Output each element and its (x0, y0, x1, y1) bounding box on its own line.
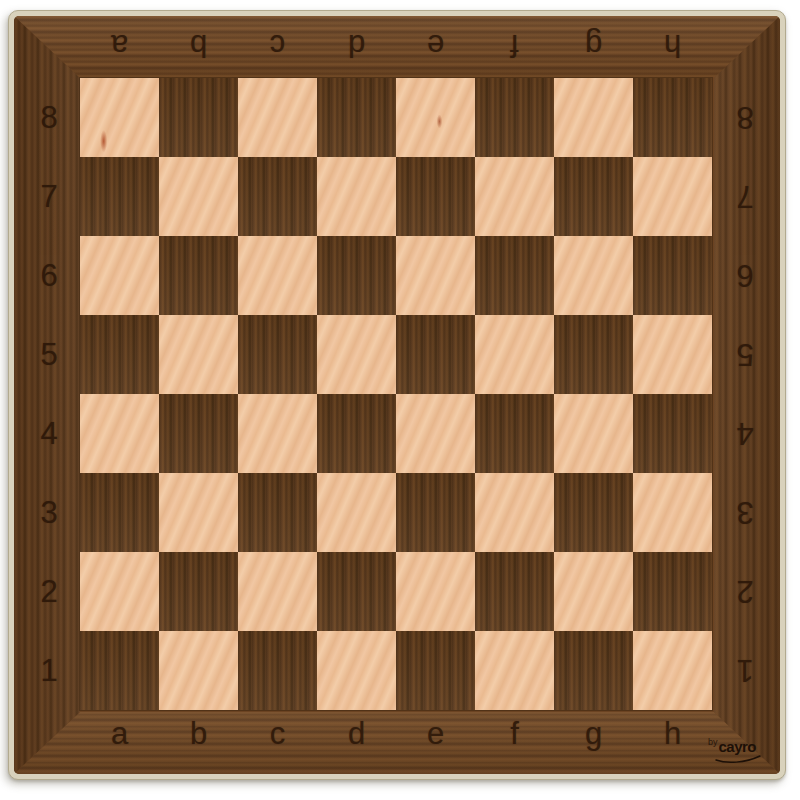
coord-label-e: e (396, 28, 475, 64)
coord-label-b: b (159, 28, 238, 64)
coord-label-a: a (80, 715, 159, 751)
square-c1[interactable] (238, 631, 317, 710)
square-b7[interactable] (159, 157, 238, 236)
square-f1[interactable] (475, 631, 554, 710)
coord-label-g: g (554, 28, 633, 64)
chess-board: abcdefgh abcdefgh 87654321 87654321 byca… (8, 10, 786, 780)
square-h2[interactable] (633, 552, 712, 631)
coord-label-c: c (238, 715, 317, 751)
logo-by-text: by (708, 737, 718, 747)
square-g2[interactable] (554, 552, 633, 631)
coord-label-a: a (80, 28, 159, 64)
square-f3[interactable] (475, 473, 554, 552)
logo-swoosh-icon (713, 754, 763, 764)
square-b2[interactable] (159, 552, 238, 631)
board-frame: abcdefgh abcdefgh 87654321 87654321 byca… (14, 16, 780, 774)
square-g7[interactable] (554, 157, 633, 236)
square-d3[interactable] (317, 473, 396, 552)
square-c4[interactable] (238, 394, 317, 473)
square-f2[interactable] (475, 552, 554, 631)
square-b1[interactable] (159, 631, 238, 710)
square-h1[interactable] (633, 631, 712, 710)
square-c6[interactable] (238, 236, 317, 315)
square-g8[interactable] (554, 78, 633, 157)
square-e1[interactable] (396, 631, 475, 710)
square-c5[interactable] (238, 315, 317, 394)
square-b8[interactable] (159, 78, 238, 157)
playing-area (80, 78, 712, 710)
coord-label-1: 1 (725, 631, 765, 710)
coord-label-2: 2 (725, 552, 765, 631)
square-d7[interactable] (317, 157, 396, 236)
square-f7[interactable] (475, 157, 554, 236)
square-g3[interactable] (554, 473, 633, 552)
square-g1[interactable] (554, 631, 633, 710)
coord-label-4: 4 (725, 394, 765, 473)
square-d2[interactable] (317, 552, 396, 631)
logo-brand-text: cayro (718, 738, 756, 755)
square-a6[interactable] (80, 236, 159, 315)
square-e4[interactable] (396, 394, 475, 473)
square-b4[interactable] (159, 394, 238, 473)
square-d4[interactable] (317, 394, 396, 473)
file-labels-bottom: abcdefgh (80, 715, 712, 751)
square-a8[interactable] (80, 78, 159, 157)
square-f6[interactable] (475, 236, 554, 315)
coord-label-c: c (238, 28, 317, 64)
square-e5[interactable] (396, 315, 475, 394)
square-d1[interactable] (317, 631, 396, 710)
square-e6[interactable] (396, 236, 475, 315)
file-labels-top: abcdefgh (80, 28, 712, 64)
square-a1[interactable] (80, 631, 159, 710)
cayro-logo: bycayro (708, 737, 756, 764)
coord-label-e: e (396, 715, 475, 751)
coord-label-f: f (475, 715, 554, 751)
square-f8[interactable] (475, 78, 554, 157)
square-e7[interactable] (396, 157, 475, 236)
coord-label-g: g (554, 715, 633, 751)
coord-label-3: 3 (29, 473, 69, 552)
coord-label-4: 4 (29, 394, 69, 473)
coord-label-d: d (317, 715, 396, 751)
coord-label-1: 1 (29, 631, 69, 710)
square-a2[interactable] (80, 552, 159, 631)
square-b5[interactable] (159, 315, 238, 394)
coord-label-8: 8 (29, 78, 69, 157)
coord-label-8: 8 (725, 78, 765, 157)
square-g4[interactable] (554, 394, 633, 473)
square-e2[interactable] (396, 552, 475, 631)
square-g5[interactable] (554, 315, 633, 394)
square-a7[interactable] (80, 157, 159, 236)
square-b3[interactable] (159, 473, 238, 552)
coord-label-5: 5 (725, 315, 765, 394)
coord-label-b: b (159, 715, 238, 751)
square-e8[interactable] (396, 78, 475, 157)
coord-label-6: 6 (29, 236, 69, 315)
coord-label-h: h (633, 28, 712, 64)
square-c8[interactable] (238, 78, 317, 157)
square-h3[interactable] (633, 473, 712, 552)
coord-label-3: 3 (725, 473, 765, 552)
square-c7[interactable] (238, 157, 317, 236)
coord-label-5: 5 (29, 315, 69, 394)
square-f5[interactable] (475, 315, 554, 394)
coord-label-f: f (475, 28, 554, 64)
rank-labels-right: 87654321 (725, 78, 765, 710)
coord-label-h: h (633, 715, 712, 751)
square-f4[interactable] (475, 394, 554, 473)
square-c2[interactable] (238, 552, 317, 631)
square-a3[interactable] (80, 473, 159, 552)
square-e3[interactable] (396, 473, 475, 552)
square-h8[interactable] (633, 78, 712, 157)
square-g6[interactable] (554, 236, 633, 315)
coord-label-d: d (317, 28, 396, 64)
square-a5[interactable] (80, 315, 159, 394)
photo-background: abcdefgh abcdefgh 87654321 87654321 byca… (0, 0, 800, 800)
square-d5[interactable] (317, 315, 396, 394)
square-d8[interactable] (317, 78, 396, 157)
coord-label-6: 6 (725, 236, 765, 315)
coord-label-2: 2 (29, 552, 69, 631)
square-h6[interactable] (633, 236, 712, 315)
square-c3[interactable] (238, 473, 317, 552)
square-h5[interactable] (633, 315, 712, 394)
square-b6[interactable] (159, 236, 238, 315)
coord-label-7: 7 (725, 157, 765, 236)
coord-label-7: 7 (29, 157, 69, 236)
square-d6[interactable] (317, 236, 396, 315)
square-a4[interactable] (80, 394, 159, 473)
square-h4[interactable] (633, 394, 712, 473)
square-h7[interactable] (633, 157, 712, 236)
rank-labels-left: 87654321 (29, 78, 69, 710)
